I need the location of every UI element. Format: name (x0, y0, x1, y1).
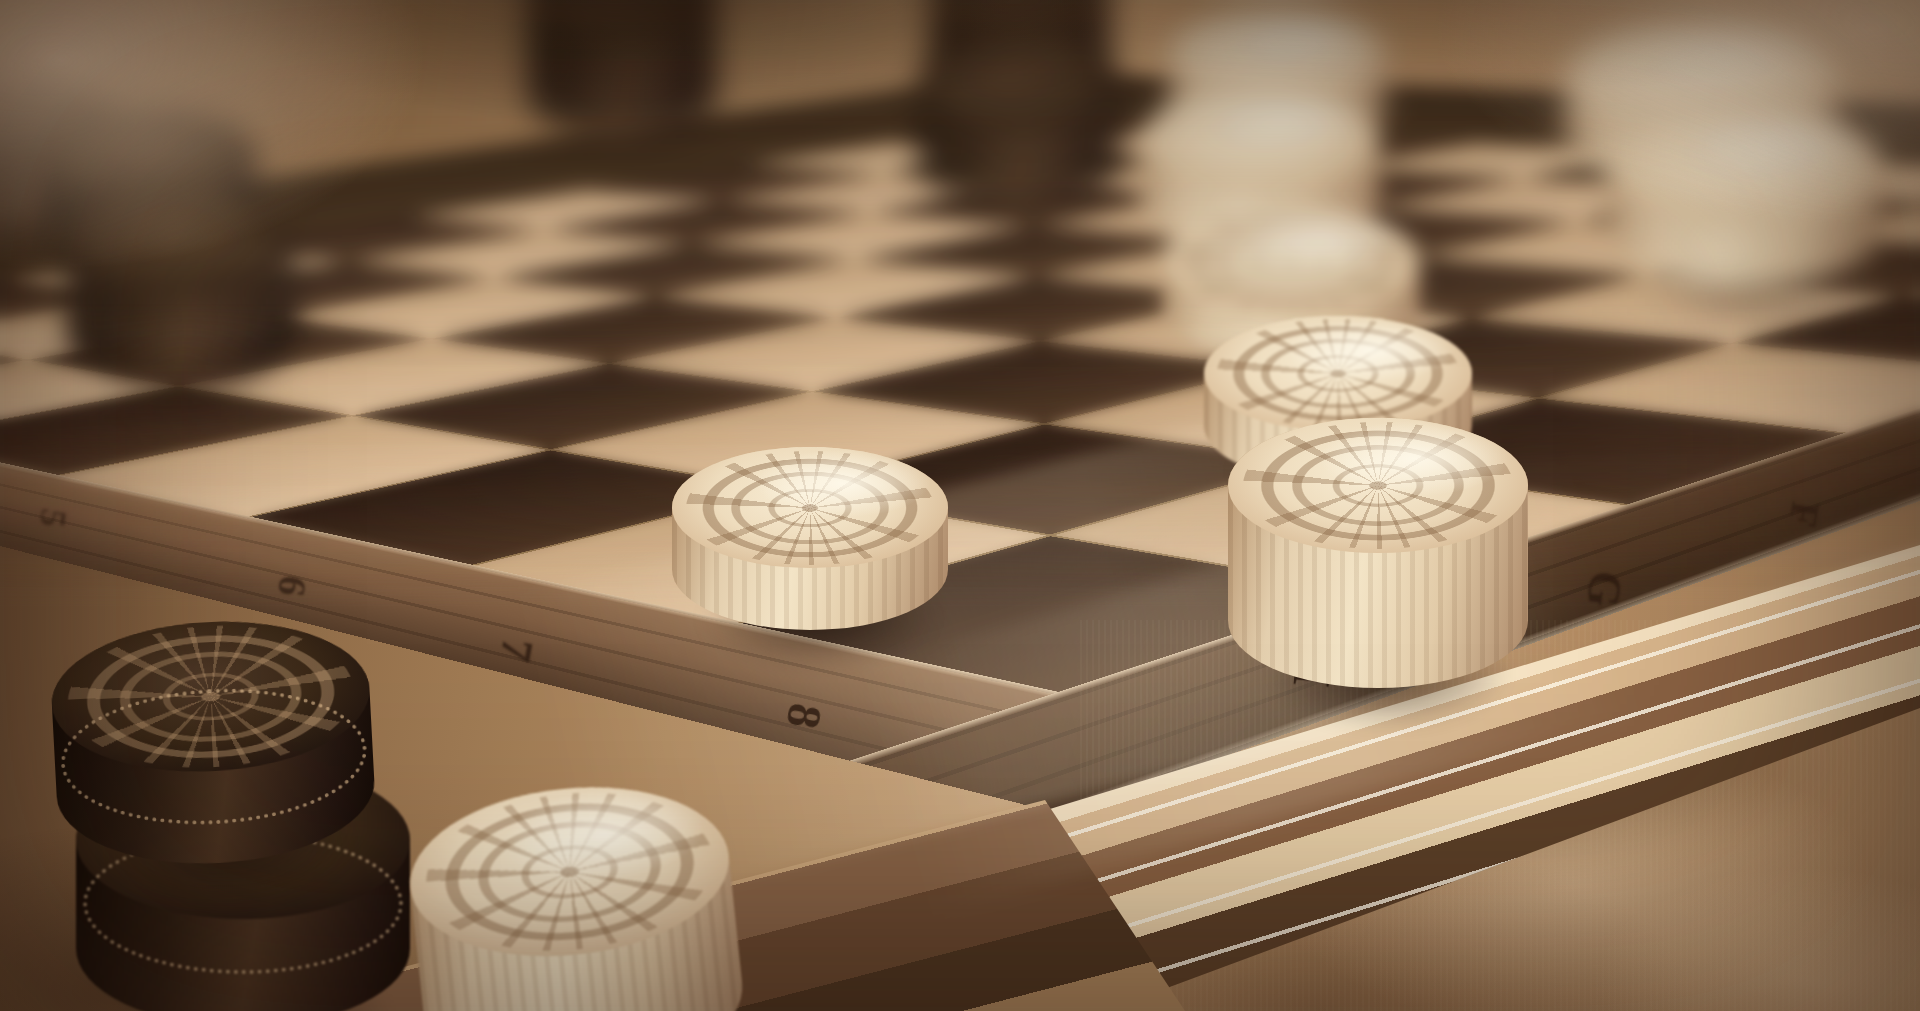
checkers-photo-scene: 5678HGF (0, 0, 1920, 1011)
piece-white-man-h7[interactable] (672, 447, 948, 752)
piece-top-face (672, 447, 948, 568)
piece-top-face (1204, 316, 1472, 431)
piece-white-man-off-board[interactable] (402, 773, 768, 1011)
piece-top-face (1228, 418, 1528, 553)
piece-black-man-captured-top[interactable] (48, 614, 386, 1011)
carved-rosette-ornament (1243, 422, 1513, 549)
carved-rosette-ornament (686, 451, 934, 565)
piece-white-man-g8[interactable] (1228, 418, 1528, 823)
foreground-pieces-layer (0, 0, 1920, 1011)
carved-rosette-ornament (1217, 319, 1458, 427)
